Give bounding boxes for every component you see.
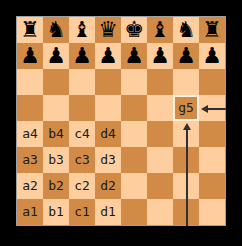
black-pawn: ♟ <box>98 43 118 69</box>
square-h4 <box>199 121 225 147</box>
black-bishop: ♝ <box>150 17 170 43</box>
black-knight: ♞ <box>46 17 66 43</box>
black-king: ♚ <box>124 17 144 43</box>
file-pointer-arrow-line <box>186 129 188 226</box>
square-label-d1: d1 <box>100 199 116 225</box>
square-c7: ♟ <box>69 43 95 69</box>
black-bishop: ♝ <box>72 17 92 43</box>
square-label-b3: b3 <box>48 147 64 173</box>
black-rook: ♜ <box>202 17 222 43</box>
square-a1: a1 <box>17 199 43 225</box>
square-g7: ♟ <box>173 43 199 69</box>
square-f6 <box>147 69 173 95</box>
black-knight: ♞ <box>176 17 196 43</box>
square-label-c3: c3 <box>74 147 90 173</box>
square-a5 <box>17 95 43 121</box>
rank-pointer-arrow-line <box>207 108 226 110</box>
highlight-square-label-g5: g5 <box>178 95 194 121</box>
black-pawn: ♟ <box>176 43 196 69</box>
square-label-a1: a1 <box>22 199 38 225</box>
square-b5 <box>43 95 69 121</box>
square-c3: c3 <box>69 147 95 173</box>
square-a7: ♟ <box>17 43 43 69</box>
rank-pointer-arrow-head <box>201 105 208 113</box>
black-pawn: ♟ <box>202 43 222 69</box>
square-c5 <box>69 95 95 121</box>
square-f7: ♟ <box>147 43 173 69</box>
square-b7: ♟ <box>43 43 69 69</box>
square-label-c1: c1 <box>74 199 90 225</box>
square-d1: d1 <box>95 199 121 225</box>
square-a3: a3 <box>17 147 43 173</box>
black-pawn: ♟ <box>150 43 170 69</box>
square-f5 <box>147 95 173 121</box>
square-d5 <box>95 95 121 121</box>
square-d6 <box>95 69 121 95</box>
square-b2: b2 <box>43 173 69 199</box>
square-h6 <box>199 69 225 95</box>
square-a2: a2 <box>17 173 43 199</box>
square-b4: b4 <box>43 121 69 147</box>
square-label-b4: b4 <box>48 121 64 147</box>
square-f1 <box>147 199 173 225</box>
square-b1: b1 <box>43 199 69 225</box>
square-d2: d2 <box>95 173 121 199</box>
chess-notation-diagram: { "game": "chess", "diagram_type": "alge… <box>0 0 242 246</box>
square-f3 <box>147 147 173 173</box>
square-label-c4: c4 <box>74 121 90 147</box>
square-a4: a4 <box>17 121 43 147</box>
square-e7: ♟ <box>121 43 147 69</box>
square-h1 <box>199 199 225 225</box>
square-f4 <box>147 121 173 147</box>
square-e1 <box>121 199 147 225</box>
square-b3: b3 <box>43 147 69 173</box>
square-b6 <box>43 69 69 95</box>
square-c1: c1 <box>69 199 95 225</box>
square-e2 <box>121 173 147 199</box>
square-h2 <box>199 173 225 199</box>
black-pawn: ♟ <box>20 43 40 69</box>
black-pawn: ♟ <box>72 43 92 69</box>
square-e4 <box>121 121 147 147</box>
square-f2 <box>147 173 173 199</box>
square-h3 <box>199 147 225 173</box>
black-rook: ♜ <box>20 17 40 43</box>
square-d3: d3 <box>95 147 121 173</box>
square-label-b2: b2 <box>48 173 64 199</box>
board-grid: ♜♞♝♛♚♝♞♜♟♟♟♟♟♟♟♟g5a4b4c4d4a3b3c3d3a2b2c2… <box>17 17 225 225</box>
square-label-b1: b1 <box>48 199 64 225</box>
square-d7: ♟ <box>95 43 121 69</box>
square-label-a2: a2 <box>22 173 38 199</box>
square-c2: c2 <box>69 173 95 199</box>
square-label-a3: a3 <box>22 147 38 173</box>
black-pawn: ♟ <box>124 43 144 69</box>
square-b8: ♞ <box>43 17 69 43</box>
square-label-d2: d2 <box>100 173 116 199</box>
square-e5 <box>121 95 147 121</box>
square-a6 <box>17 69 43 95</box>
square-d8: ♛ <box>95 17 121 43</box>
square-e6 <box>121 69 147 95</box>
square-a8: ♜ <box>17 17 43 43</box>
square-c4: c4 <box>69 121 95 147</box>
square-label-d3: d3 <box>100 147 116 173</box>
square-e8: ♚ <box>121 17 147 43</box>
square-h8: ♜ <box>199 17 225 43</box>
square-d4: d4 <box>95 121 121 147</box>
square-label-d4: d4 <box>100 121 116 147</box>
file-pointer-arrow-head <box>183 123 191 130</box>
square-e3 <box>121 147 147 173</box>
square-h7: ♟ <box>199 43 225 69</box>
square-c8: ♝ <box>69 17 95 43</box>
square-label-a4: a4 <box>22 121 38 147</box>
square-g8: ♞ <box>173 17 199 43</box>
square-label-c2: c2 <box>74 173 90 199</box>
chess-board: ♜♞♝♛♚♝♞♜♟♟♟♟♟♟♟♟g5a4b4c4d4a3b3c3d3a2b2c2… <box>16 16 226 226</box>
square-f8: ♝ <box>147 17 173 43</box>
square-g5: g5 <box>173 95 199 121</box>
square-g6 <box>173 69 199 95</box>
square-c6 <box>69 69 95 95</box>
black-pawn: ♟ <box>46 43 66 69</box>
black-queen: ♛ <box>98 17 118 43</box>
